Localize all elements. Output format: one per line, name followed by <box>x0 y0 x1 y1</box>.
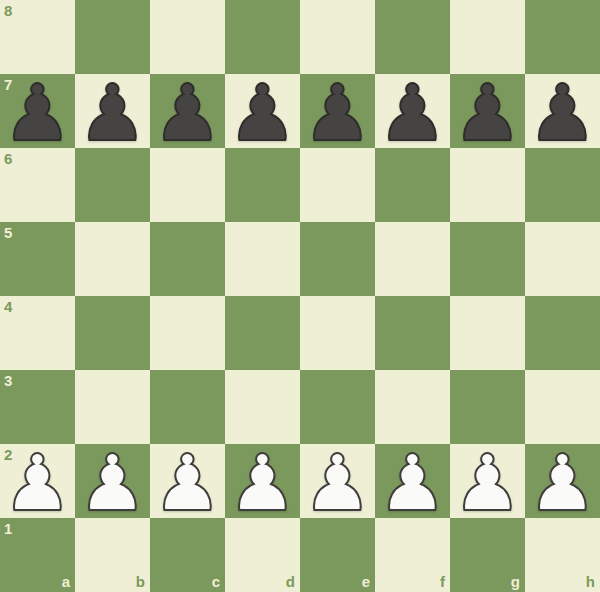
square-b1[interactable]: b <box>75 518 150 592</box>
square-g5[interactable] <box>450 222 525 296</box>
square-d6[interactable] <box>225 148 300 222</box>
square-a2[interactable]: 2♟ <box>0 444 75 518</box>
black-pawn-e7[interactable]: ♟ <box>303 76 373 150</box>
rank-label-5: 5 <box>4 225 12 240</box>
square-f7[interactable]: ♟ <box>375 74 450 148</box>
file-label-h: h <box>586 574 595 589</box>
square-g8[interactable] <box>450 0 525 74</box>
rank-label-3: 3 <box>4 373 12 388</box>
square-b8[interactable] <box>75 0 150 74</box>
square-f6[interactable] <box>375 148 450 222</box>
square-e3[interactable] <box>300 370 375 444</box>
white-pawn-e2[interactable]: ♟ <box>303 446 373 520</box>
square-b5[interactable] <box>75 222 150 296</box>
square-d5[interactable] <box>225 222 300 296</box>
square-h7[interactable]: ♟ <box>525 74 600 148</box>
square-c6[interactable] <box>150 148 225 222</box>
white-pawn-f2[interactable]: ♟ <box>378 446 448 520</box>
square-g2[interactable]: ♟ <box>450 444 525 518</box>
square-g3[interactable] <box>450 370 525 444</box>
square-b2[interactable]: ♟ <box>75 444 150 518</box>
square-d1[interactable]: d <box>225 518 300 592</box>
square-b4[interactable] <box>75 296 150 370</box>
square-e6[interactable] <box>300 148 375 222</box>
square-f1[interactable]: f <box>375 518 450 592</box>
white-pawn-h2[interactable]: ♟ <box>528 446 598 520</box>
rank-label-6: 6 <box>4 151 12 166</box>
square-c7[interactable]: ♟ <box>150 74 225 148</box>
square-h5[interactable] <box>525 222 600 296</box>
square-e1[interactable]: e <box>300 518 375 592</box>
square-g6[interactable] <box>450 148 525 222</box>
square-a7[interactable]: 7♟ <box>0 74 75 148</box>
square-c4[interactable] <box>150 296 225 370</box>
square-b6[interactable] <box>75 148 150 222</box>
square-e2[interactable]: ♟ <box>300 444 375 518</box>
square-a5[interactable]: 5 <box>0 222 75 296</box>
square-d7[interactable]: ♟ <box>225 74 300 148</box>
file-label-d: d <box>286 574 295 589</box>
white-pawn-g2[interactable]: ♟ <box>453 446 523 520</box>
file-label-a: a <box>62 574 70 589</box>
square-f5[interactable] <box>375 222 450 296</box>
square-d3[interactable] <box>225 370 300 444</box>
square-d4[interactable] <box>225 296 300 370</box>
black-pawn-c7[interactable]: ♟ <box>153 76 223 150</box>
square-a1[interactable]: 1a <box>0 518 75 592</box>
square-a3[interactable]: 3 <box>0 370 75 444</box>
square-c3[interactable] <box>150 370 225 444</box>
square-b3[interactable] <box>75 370 150 444</box>
square-h4[interactable] <box>525 296 600 370</box>
square-h6[interactable] <box>525 148 600 222</box>
square-e5[interactable] <box>300 222 375 296</box>
square-a6[interactable]: 6 <box>0 148 75 222</box>
square-h8[interactable] <box>525 0 600 74</box>
square-e4[interactable] <box>300 296 375 370</box>
black-pawn-a7[interactable]: ♟ <box>3 76 73 150</box>
square-f3[interactable] <box>375 370 450 444</box>
white-pawn-d2[interactable]: ♟ <box>228 446 298 520</box>
square-g7[interactable]: ♟ <box>450 74 525 148</box>
black-pawn-f7[interactable]: ♟ <box>378 76 448 150</box>
white-pawn-a2[interactable]: ♟ <box>3 446 73 520</box>
square-a8[interactable]: 8 <box>0 0 75 74</box>
square-b7[interactable]: ♟ <box>75 74 150 148</box>
file-label-c: c <box>212 574 220 589</box>
white-pawn-b2[interactable]: ♟ <box>78 446 148 520</box>
square-e7[interactable]: ♟ <box>300 74 375 148</box>
square-c1[interactable]: c <box>150 518 225 592</box>
file-label-e: e <box>362 574 370 589</box>
white-pawn-c2[interactable]: ♟ <box>153 446 223 520</box>
black-pawn-b7[interactable]: ♟ <box>78 76 148 150</box>
black-pawn-h7[interactable]: ♟ <box>528 76 598 150</box>
file-label-b: b <box>136 574 145 589</box>
square-g4[interactable] <box>450 296 525 370</box>
square-c2[interactable]: ♟ <box>150 444 225 518</box>
square-a4[interactable]: 4 <box>0 296 75 370</box>
square-g1[interactable]: g <box>450 518 525 592</box>
square-h3[interactable] <box>525 370 600 444</box>
square-f8[interactable] <box>375 0 450 74</box>
square-h2[interactable]: ♟ <box>525 444 600 518</box>
black-pawn-g7[interactable]: ♟ <box>453 76 523 150</box>
rank-label-8: 8 <box>4 3 12 18</box>
square-e8[interactable] <box>300 0 375 74</box>
square-h1[interactable]: h <box>525 518 600 592</box>
square-f4[interactable] <box>375 296 450 370</box>
square-c8[interactable] <box>150 0 225 74</box>
rank-label-4: 4 <box>4 299 12 314</box>
rank-label-1: 1 <box>4 521 12 536</box>
square-d8[interactable] <box>225 0 300 74</box>
square-c5[interactable] <box>150 222 225 296</box>
file-label-g: g <box>511 574 520 589</box>
black-pawn-d7[interactable]: ♟ <box>228 76 298 150</box>
chess-board: 87♟♟♟♟♟♟♟♟65432♟♟♟♟♟♟♟♟1abcdefgh <box>0 0 600 592</box>
file-label-f: f <box>440 574 445 589</box>
square-d2[interactable]: ♟ <box>225 444 300 518</box>
square-f2[interactable]: ♟ <box>375 444 450 518</box>
